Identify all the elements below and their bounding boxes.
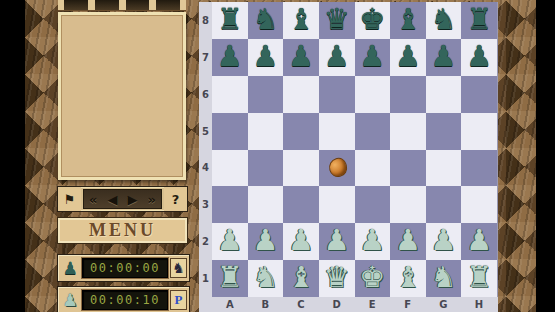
square-c6[interactable] (283, 76, 319, 113)
rank-label-8: 8 (199, 2, 212, 39)
piece-bR: ♜ (217, 5, 243, 34)
piece-wK: ♚ (359, 263, 385, 292)
square-d3[interactable] (319, 186, 355, 223)
square-d8[interactable]: ♛ (319, 2, 355, 39)
replay-controls: «◀▶» (83, 189, 162, 209)
piece-bN: ♞ (252, 5, 278, 34)
player-icon: P (175, 292, 183, 308)
file-label-f: F (390, 297, 426, 312)
piece-wP: ♟ (431, 226, 457, 255)
square-h1[interactable]: ♜ (461, 260, 497, 297)
piece-wP: ♟ (359, 226, 385, 255)
piece-bQ: ♛ (324, 5, 350, 34)
square-b1[interactable]: ♞ (248, 260, 284, 297)
square-d6[interactable] (319, 76, 355, 113)
square-h4[interactable] (461, 150, 497, 187)
game-screen: ⚑ «◀▶» ? MENU ♟ 00:00:00 ♞ ♟ 00:00:10 P … (0, 0, 555, 312)
square-a8[interactable]: ♜ (212, 2, 248, 39)
square-h2[interactable]: ♟ (461, 223, 497, 260)
square-d5[interactable] (319, 113, 355, 150)
piece-bP: ♟ (466, 42, 492, 71)
rank-label-1: 1 (199, 260, 212, 297)
square-g4[interactable] (426, 150, 462, 187)
square-f5[interactable] (390, 113, 426, 150)
square-e7[interactable]: ♟ (355, 39, 391, 76)
rank-labels: 87654321 (199, 2, 212, 297)
top-tile (126, 0, 150, 10)
piece-bP: ♟ (288, 42, 314, 71)
piece-bP: ♟ (431, 42, 457, 71)
file-label-g: G (426, 297, 462, 312)
square-e1[interactable]: ♚ (355, 260, 391, 297)
file-label-b: B (248, 297, 284, 312)
piece-wR: ♜ (466, 263, 492, 292)
square-e6[interactable] (355, 76, 391, 113)
square-b3[interactable] (248, 186, 284, 223)
square-c4[interactable] (283, 150, 319, 187)
file-label-c: C (283, 297, 319, 312)
piece-wP: ♟ (288, 226, 314, 255)
square-d2[interactable]: ♟ (319, 223, 355, 260)
piece-bP: ♟ (359, 42, 385, 71)
square-e8[interactable]: ♚ (355, 2, 391, 39)
square-a5[interactable] (212, 113, 248, 150)
top-tile (95, 0, 119, 10)
square-a2[interactable]: ♟ (212, 223, 248, 260)
square-b7[interactable]: ♟ (248, 39, 284, 76)
square-c5[interactable] (283, 113, 319, 150)
file-label-d: D (319, 297, 355, 312)
knight-icon: ♞ (172, 261, 185, 275)
square-e5[interactable] (355, 113, 391, 150)
piece-bR: ♜ (466, 5, 492, 34)
square-g7[interactable]: ♟ (426, 39, 462, 76)
piece-bP: ♟ (395, 42, 421, 71)
help-button[interactable]: ? (164, 187, 187, 211)
square-f1[interactable]: ♝ (390, 260, 426, 297)
file-labels: ABCDEFGH (199, 297, 498, 312)
square-c1[interactable]: ♝ (283, 260, 319, 297)
square-g5[interactable] (426, 113, 462, 150)
square-a4[interactable] (212, 150, 248, 187)
file-label-h: H (461, 297, 497, 312)
square-c3[interactable] (283, 186, 319, 223)
piece-bK: ♚ (359, 5, 385, 34)
white-side-badge[interactable]: P (170, 290, 187, 310)
square-f7[interactable]: ♟ (390, 39, 426, 76)
square-e4[interactable] (355, 150, 391, 187)
file-label-a: A (212, 297, 248, 312)
rank-label-3: 3 (199, 186, 212, 223)
piece-wR: ♜ (217, 263, 243, 292)
step-forward-button[interactable]: ▶ (128, 192, 138, 207)
piece-wN: ♞ (431, 263, 457, 292)
replay-nav-bar: ⚑ «◀▶» ? (57, 186, 188, 212)
piece-wP: ♟ (324, 226, 350, 255)
white-clock: 00:00:10 (82, 290, 168, 310)
square-d1[interactable]: ♛ (319, 260, 355, 297)
flag-button[interactable]: ⚑ (58, 187, 81, 211)
square-a6[interactable] (212, 76, 248, 113)
move-list-panel (58, 12, 186, 180)
rank-label-4: 4 (199, 150, 212, 187)
piece-bP: ♟ (324, 42, 350, 71)
menu-button[interactable]: MENU (57, 217, 188, 244)
piece-wP: ♟ (466, 226, 492, 255)
rank-label-6: 6 (199, 76, 212, 113)
piece-bN: ♞ (431, 5, 457, 34)
player-row-white: ♟ 00:00:10 P (57, 286, 190, 312)
square-b5[interactable] (248, 113, 284, 150)
square-g2[interactable]: ♟ (426, 223, 462, 260)
black-side-badge[interactable]: ♞ (170, 258, 187, 278)
rewind-start-button[interactable]: « (89, 192, 97, 207)
forward-end-button[interactable]: » (148, 192, 156, 207)
piece-wP: ♟ (217, 226, 243, 255)
piece-bB: ♝ (288, 5, 314, 34)
top-buttons-row (58, 0, 186, 11)
piece-bB: ♝ (395, 5, 421, 34)
square-a1[interactable]: ♜ (212, 260, 248, 297)
piece-wB: ♝ (288, 263, 314, 292)
square-c8[interactable]: ♝ (283, 2, 319, 39)
square-f3[interactable] (390, 186, 426, 223)
square-e3[interactable] (355, 186, 391, 223)
square-a3[interactable] (212, 186, 248, 223)
step-back-button[interactable]: ◀ (107, 192, 117, 207)
square-b8[interactable]: ♞ (248, 2, 284, 39)
square-g8[interactable]: ♞ (426, 2, 462, 39)
file-label-e: E (354, 297, 390, 312)
square-g6[interactable] (426, 76, 462, 113)
piece-wB: ♝ (395, 263, 421, 292)
square-c2[interactable]: ♟ (283, 223, 319, 260)
flag-icon: ⚑ (64, 192, 76, 207)
piece-bP: ♟ (217, 42, 243, 71)
rank-label-5: 5 (199, 113, 212, 150)
square-h3[interactable] (461, 186, 497, 223)
square-f2[interactable]: ♟ (390, 223, 426, 260)
square-g3[interactable] (426, 186, 462, 223)
piece-wQ: ♛ (324, 263, 350, 292)
rank-label-7: 7 (199, 39, 212, 76)
square-b4[interactable] (248, 150, 284, 187)
square-g1[interactable]: ♞ (426, 260, 462, 297)
square-h5[interactable] (461, 113, 497, 150)
square-d7[interactable]: ♟ (319, 39, 355, 76)
player-row-black: ♟ 00:00:00 ♞ (57, 254, 190, 282)
square-b6[interactable] (248, 76, 284, 113)
square-e2[interactable]: ♟ (355, 223, 391, 260)
white-pawn-icon: ♟ (60, 292, 80, 309)
rank-label-2: 2 (199, 223, 212, 260)
square-f6[interactable] (390, 76, 426, 113)
piece-wP: ♟ (395, 226, 421, 255)
square-b2[interactable]: ♟ (248, 223, 284, 260)
black-clock: 00:00:00 (82, 258, 168, 278)
top-tile (156, 0, 180, 10)
question-icon: ? (172, 192, 180, 207)
square-h8[interactable]: ♜ (461, 2, 497, 39)
square-f4[interactable] (390, 150, 426, 187)
piece-wP: ♟ (252, 226, 278, 255)
top-tile (64, 0, 88, 10)
square-f8[interactable]: ♝ (390, 2, 426, 39)
square-c7[interactable]: ♟ (283, 39, 319, 76)
board: ♜♞♝♛♚♝♞♜♟♟♟♟♟♟♟♟♟♟♟♟♟♟♟♟♜♞♝♛♚♝♞♜ (212, 2, 498, 297)
square-h7[interactable]: ♟ (461, 39, 497, 76)
square-h6[interactable] (461, 76, 497, 113)
piece-wN: ♞ (252, 263, 278, 292)
piece-bP: ♟ (252, 42, 278, 71)
black-pawn-icon: ♟ (60, 260, 80, 277)
square-a7[interactable]: ♟ (212, 39, 248, 76)
